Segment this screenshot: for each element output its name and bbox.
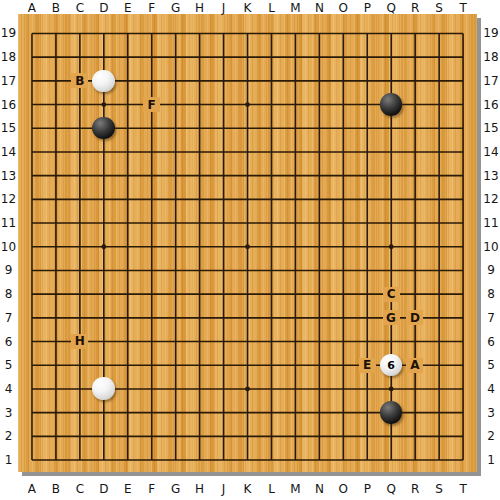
intersection-H5[interactable] [188,353,212,377]
intersection-Q12[interactable] [379,187,403,211]
intersection-O14[interactable] [331,140,355,164]
intersection-K3[interactable] [235,401,259,425]
intersection-E14[interactable] [116,140,140,164]
intersection-T12[interactable] [451,187,475,211]
intersection-S9[interactable] [427,258,451,282]
intersection-C10[interactable] [68,235,92,259]
intersection-B12[interactable] [44,187,68,211]
intersection-H2[interactable] [188,424,212,448]
intersection-D17[interactable] [92,69,116,93]
intersection-D8[interactable] [92,282,116,306]
intersection-L10[interactable] [259,235,283,259]
intersection-N19[interactable] [307,22,331,46]
intersection-L8[interactable] [259,282,283,306]
intersection-S6[interactable] [427,330,451,354]
intersection-H8[interactable] [188,282,212,306]
intersection-T9[interactable] [451,258,475,282]
intersection-E16[interactable] [116,93,140,117]
intersection-K17[interactable] [235,69,259,93]
intersection-J10[interactable] [212,235,236,259]
intersection-C6[interactable]: H [68,330,92,354]
intersection-P4[interactable] [355,377,379,401]
intersection-B13[interactable] [44,164,68,188]
intersection-D16[interactable] [92,93,116,117]
intersection-D9[interactable] [92,258,116,282]
intersection-P16[interactable] [355,93,379,117]
intersection-H16[interactable] [188,93,212,117]
intersection-R6[interactable] [403,330,427,354]
intersection-M4[interactable] [283,377,307,401]
intersection-G3[interactable] [164,401,188,425]
intersection-K14[interactable] [235,140,259,164]
intersection-Q19[interactable] [379,22,403,46]
intersection-E1[interactable] [116,448,140,472]
intersection-A16[interactable] [20,93,44,117]
intersection-L17[interactable] [259,69,283,93]
intersection-F17[interactable] [140,69,164,93]
intersection-Q11[interactable] [379,211,403,235]
intersection-M5[interactable] [283,353,307,377]
intersection-O12[interactable] [331,187,355,211]
intersection-R8[interactable] [403,282,427,306]
intersection-D13[interactable] [92,164,116,188]
intersection-T10[interactable] [451,235,475,259]
intersection-K10[interactable] [235,235,259,259]
intersection-Q17[interactable] [379,69,403,93]
intersection-B14[interactable] [44,140,68,164]
intersection-K11[interactable] [235,211,259,235]
intersection-C12[interactable] [68,187,92,211]
intersection-G10[interactable] [164,235,188,259]
intersection-K13[interactable] [235,164,259,188]
intersection-C15[interactable] [68,116,92,140]
intersection-E15[interactable] [116,116,140,140]
intersection-G14[interactable] [164,140,188,164]
intersection-Q13[interactable] [379,164,403,188]
intersection-S17[interactable] [427,69,451,93]
intersection-A7[interactable] [20,306,44,330]
intersection-M12[interactable] [283,187,307,211]
intersection-H3[interactable] [188,401,212,425]
intersection-B17[interactable] [44,69,68,93]
intersection-N12[interactable] [307,187,331,211]
intersection-C13[interactable] [68,164,92,188]
intersection-E3[interactable] [116,401,140,425]
intersection-J19[interactable] [212,22,236,46]
intersection-S19[interactable] [427,22,451,46]
intersection-T19[interactable] [451,22,475,46]
intersection-M9[interactable] [283,258,307,282]
intersection-T7[interactable] [451,306,475,330]
intersection-A17[interactable] [20,69,44,93]
intersection-L5[interactable] [259,353,283,377]
intersection-M17[interactable] [283,69,307,93]
intersection-J9[interactable] [212,258,236,282]
intersection-J11[interactable] [212,211,236,235]
intersection-M8[interactable] [283,282,307,306]
intersection-N5[interactable] [307,353,331,377]
intersection-G7[interactable] [164,306,188,330]
intersection-S12[interactable] [427,187,451,211]
intersection-E12[interactable] [116,187,140,211]
intersection-J4[interactable] [212,377,236,401]
intersection-B5[interactable] [44,353,68,377]
intersection-O2[interactable] [331,424,355,448]
intersection-H9[interactable] [188,258,212,282]
intersection-O4[interactable] [331,377,355,401]
intersection-H14[interactable] [188,140,212,164]
intersection-P5[interactable]: E [355,353,379,377]
intersection-Q16[interactable] [379,93,403,117]
intersection-O13[interactable] [331,164,355,188]
intersection-B6[interactable] [44,330,68,354]
intersection-C7[interactable] [68,306,92,330]
intersection-R12[interactable] [403,187,427,211]
intersection-D12[interactable] [92,187,116,211]
intersection-C8[interactable] [68,282,92,306]
intersection-F14[interactable] [140,140,164,164]
intersection-J2[interactable] [212,424,236,448]
intersection-B3[interactable] [44,401,68,425]
intersection-A5[interactable] [20,353,44,377]
intersection-C16[interactable] [68,93,92,117]
intersection-C3[interactable] [68,401,92,425]
intersection-Q18[interactable] [379,45,403,69]
intersection-O11[interactable] [331,211,355,235]
intersection-T8[interactable] [451,282,475,306]
intersection-O5[interactable] [331,353,355,377]
intersection-O19[interactable] [331,22,355,46]
intersection-M15[interactable] [283,116,307,140]
intersection-A4[interactable] [20,377,44,401]
intersection-L3[interactable] [259,401,283,425]
intersection-F18[interactable] [140,45,164,69]
intersection-K7[interactable] [235,306,259,330]
intersection-O3[interactable] [331,401,355,425]
intersection-G4[interactable] [164,377,188,401]
intersection-M19[interactable] [283,22,307,46]
intersection-Q5[interactable]: 6 [379,353,403,377]
intersection-E10[interactable] [116,235,140,259]
intersection-S10[interactable] [427,235,451,259]
intersection-M6[interactable] [283,330,307,354]
intersection-A19[interactable] [20,22,44,46]
intersection-L11[interactable] [259,211,283,235]
intersection-B8[interactable] [44,282,68,306]
intersection-K9[interactable] [235,258,259,282]
intersection-G16[interactable] [164,93,188,117]
intersection-R5[interactable]: A [403,353,427,377]
intersection-A2[interactable] [20,424,44,448]
intersection-R1[interactable] [403,448,427,472]
intersection-P8[interactable] [355,282,379,306]
intersection-L16[interactable] [259,93,283,117]
intersection-F15[interactable] [140,116,164,140]
intersection-T18[interactable] [451,45,475,69]
intersection-L2[interactable] [259,424,283,448]
intersection-R14[interactable] [403,140,427,164]
intersection-H15[interactable] [188,116,212,140]
intersection-T17[interactable] [451,69,475,93]
intersection-A1[interactable] [20,448,44,472]
intersection-T13[interactable] [451,164,475,188]
intersection-F7[interactable] [140,306,164,330]
intersection-P1[interactable] [355,448,379,472]
intersection-C1[interactable] [68,448,92,472]
intersection-H13[interactable] [188,164,212,188]
intersection-R2[interactable] [403,424,427,448]
intersection-G12[interactable] [164,187,188,211]
intersection-N2[interactable] [307,424,331,448]
intersection-R4[interactable] [403,377,427,401]
intersection-O9[interactable] [331,258,355,282]
intersection-D11[interactable] [92,211,116,235]
intersection-D2[interactable] [92,424,116,448]
intersection-F3[interactable] [140,401,164,425]
intersection-S3[interactable] [427,401,451,425]
intersection-M1[interactable] [283,448,307,472]
intersection-D18[interactable] [92,45,116,69]
intersection-E19[interactable] [116,22,140,46]
intersection-N8[interactable] [307,282,331,306]
intersection-H6[interactable] [188,330,212,354]
intersection-J1[interactable] [212,448,236,472]
intersection-D7[interactable] [92,306,116,330]
intersection-G5[interactable] [164,353,188,377]
intersection-D5[interactable] [92,353,116,377]
intersection-E8[interactable] [116,282,140,306]
intersection-J18[interactable] [212,45,236,69]
intersection-A13[interactable] [20,164,44,188]
intersection-S7[interactable] [427,306,451,330]
intersection-A18[interactable] [20,45,44,69]
intersection-H4[interactable] [188,377,212,401]
intersection-S8[interactable] [427,282,451,306]
intersection-Q3[interactable] [379,401,403,425]
intersection-F8[interactable] [140,282,164,306]
intersection-R3[interactable] [403,401,427,425]
intersection-C4[interactable] [68,377,92,401]
intersection-J17[interactable] [212,69,236,93]
intersection-B10[interactable] [44,235,68,259]
intersection-O15[interactable] [331,116,355,140]
intersection-E17[interactable] [116,69,140,93]
intersection-A10[interactable] [20,235,44,259]
intersection-K19[interactable] [235,22,259,46]
intersection-C11[interactable] [68,211,92,235]
intersection-F16[interactable]: F [140,93,164,117]
intersection-K5[interactable] [235,353,259,377]
intersection-T16[interactable] [451,93,475,117]
intersection-N9[interactable] [307,258,331,282]
intersection-G9[interactable] [164,258,188,282]
intersection-R11[interactable] [403,211,427,235]
intersection-B18[interactable] [44,45,68,69]
intersection-R15[interactable] [403,116,427,140]
intersection-F4[interactable] [140,377,164,401]
intersection-D3[interactable] [92,401,116,425]
intersection-D14[interactable] [92,140,116,164]
intersection-Q14[interactable] [379,140,403,164]
intersection-P12[interactable] [355,187,379,211]
intersection-L4[interactable] [259,377,283,401]
intersection-P9[interactable] [355,258,379,282]
intersection-A8[interactable] [20,282,44,306]
intersection-M11[interactable] [283,211,307,235]
intersection-O6[interactable] [331,330,355,354]
intersection-N1[interactable] [307,448,331,472]
intersection-B9[interactable] [44,258,68,282]
intersection-N16[interactable] [307,93,331,117]
intersection-J13[interactable] [212,164,236,188]
intersection-D15[interactable] [92,116,116,140]
intersection-C9[interactable] [68,258,92,282]
intersection-C19[interactable] [68,22,92,46]
intersection-L9[interactable] [259,258,283,282]
intersection-M7[interactable] [283,306,307,330]
intersection-O7[interactable] [331,306,355,330]
intersection-J14[interactable] [212,140,236,164]
intersection-B16[interactable] [44,93,68,117]
intersection-M2[interactable] [283,424,307,448]
intersection-J3[interactable] [212,401,236,425]
intersection-E13[interactable] [116,164,140,188]
intersection-S5[interactable] [427,353,451,377]
intersection-M14[interactable] [283,140,307,164]
intersection-M10[interactable] [283,235,307,259]
intersection-E2[interactable] [116,424,140,448]
intersection-N10[interactable] [307,235,331,259]
intersection-L6[interactable] [259,330,283,354]
intersection-Q15[interactable] [379,116,403,140]
intersection-B11[interactable] [44,211,68,235]
intersection-N3[interactable] [307,401,331,425]
intersection-B19[interactable] [44,22,68,46]
intersection-M16[interactable] [283,93,307,117]
intersection-P17[interactable] [355,69,379,93]
intersection-E6[interactable] [116,330,140,354]
intersection-P13[interactable] [355,164,379,188]
intersection-Q1[interactable] [379,448,403,472]
intersection-A12[interactable] [20,187,44,211]
intersection-F10[interactable] [140,235,164,259]
intersection-E5[interactable] [116,353,140,377]
intersection-P14[interactable] [355,140,379,164]
intersection-G11[interactable] [164,211,188,235]
intersection-F11[interactable] [140,211,164,235]
intersection-H7[interactable] [188,306,212,330]
intersection-H10[interactable] [188,235,212,259]
intersection-H17[interactable] [188,69,212,93]
intersection-N18[interactable] [307,45,331,69]
intersection-A6[interactable] [20,330,44,354]
intersection-Q7[interactable]: G [379,306,403,330]
intersection-R18[interactable] [403,45,427,69]
intersection-K8[interactable] [235,282,259,306]
intersection-E7[interactable] [116,306,140,330]
intersection-P3[interactable] [355,401,379,425]
intersection-G13[interactable] [164,164,188,188]
intersection-S1[interactable] [427,448,451,472]
intersection-C5[interactable] [68,353,92,377]
intersection-T6[interactable] [451,330,475,354]
intersection-J12[interactable] [212,187,236,211]
intersection-F13[interactable] [140,164,164,188]
intersection-K12[interactable] [235,187,259,211]
intersection-M18[interactable] [283,45,307,69]
intersection-R7[interactable]: D [403,306,427,330]
intersection-O1[interactable] [331,448,355,472]
intersection-K6[interactable] [235,330,259,354]
intersection-G18[interactable] [164,45,188,69]
intersection-F6[interactable] [140,330,164,354]
intersection-G1[interactable] [164,448,188,472]
intersection-C2[interactable] [68,424,92,448]
intersection-Q8[interactable]: C [379,282,403,306]
intersection-B1[interactable] [44,448,68,472]
intersection-F2[interactable] [140,424,164,448]
intersection-G19[interactable] [164,22,188,46]
intersection-E4[interactable] [116,377,140,401]
intersection-H18[interactable] [188,45,212,69]
intersection-P18[interactable] [355,45,379,69]
intersection-T4[interactable] [451,377,475,401]
intersection-S11[interactable] [427,211,451,235]
intersection-S18[interactable] [427,45,451,69]
intersection-P7[interactable] [355,306,379,330]
intersection-Q10[interactable] [379,235,403,259]
intersection-J15[interactable] [212,116,236,140]
intersection-Q6[interactable] [379,330,403,354]
intersection-H11[interactable] [188,211,212,235]
intersection-B15[interactable] [44,116,68,140]
intersection-Q4[interactable] [379,377,403,401]
intersection-F5[interactable] [140,353,164,377]
intersection-P10[interactable] [355,235,379,259]
intersection-B7[interactable] [44,306,68,330]
intersection-N4[interactable] [307,377,331,401]
intersection-L13[interactable] [259,164,283,188]
intersection-S2[interactable] [427,424,451,448]
intersection-K4[interactable] [235,377,259,401]
intersection-S14[interactable] [427,140,451,164]
intersection-O8[interactable] [331,282,355,306]
intersection-O18[interactable] [331,45,355,69]
intersection-K2[interactable] [235,424,259,448]
intersection-S4[interactable] [427,377,451,401]
intersection-H12[interactable] [188,187,212,211]
intersection-R9[interactable] [403,258,427,282]
intersection-N14[interactable] [307,140,331,164]
intersection-H1[interactable] [188,448,212,472]
intersection-D19[interactable] [92,22,116,46]
intersection-T2[interactable] [451,424,475,448]
intersection-P2[interactable] [355,424,379,448]
intersection-J6[interactable] [212,330,236,354]
intersection-Q9[interactable] [379,258,403,282]
intersection-G6[interactable] [164,330,188,354]
intersection-F9[interactable] [140,258,164,282]
intersection-R17[interactable] [403,69,427,93]
intersection-T1[interactable] [451,448,475,472]
intersection-J5[interactable] [212,353,236,377]
intersection-O16[interactable] [331,93,355,117]
intersection-L15[interactable] [259,116,283,140]
intersection-E9[interactable] [116,258,140,282]
intersection-O10[interactable] [331,235,355,259]
intersection-C14[interactable] [68,140,92,164]
intersection-S15[interactable] [427,116,451,140]
